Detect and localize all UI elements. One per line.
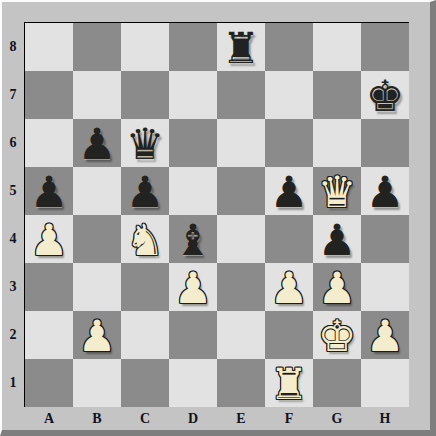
file-labels: A B C D E F G H <box>25 408 409 430</box>
square-d4[interactable]: ♝ <box>169 215 217 263</box>
square-c5[interactable]: ♟ <box>121 167 169 215</box>
square-a2[interactable] <box>25 311 73 359</box>
square-e2[interactable] <box>217 311 265 359</box>
file-label-e: E <box>217 408 265 430</box>
black-pawn[interactable]: ♟ <box>361 167 409 215</box>
square-d7[interactable] <box>169 71 217 119</box>
square-f8[interactable] <box>265 23 313 71</box>
square-f1[interactable]: ♜ <box>265 359 313 407</box>
square-c6[interactable]: ♛ <box>121 119 169 167</box>
square-g1[interactable] <box>313 359 361 407</box>
black-pawn[interactable]: ♟ <box>25 167 73 215</box>
rank-label-7: 7 <box>2 71 24 119</box>
black-pawn[interactable]: ♟ <box>313 215 361 263</box>
rank-label-2: 2 <box>2 311 24 359</box>
square-h2[interactable]: ♟ <box>361 311 409 359</box>
black-pawn[interactable]: ♟ <box>73 119 121 167</box>
square-c8[interactable] <box>121 23 169 71</box>
white-pawn[interactable]: ♟ <box>169 263 217 311</box>
square-f6[interactable] <box>265 119 313 167</box>
file-label-h: H <box>361 408 409 430</box>
rank-label-8: 8 <box>2 23 24 71</box>
square-c1[interactable] <box>121 359 169 407</box>
white-pawn[interactable]: ♟ <box>313 263 361 311</box>
black-pawn[interactable]: ♟ <box>121 167 169 215</box>
square-g7[interactable] <box>313 71 361 119</box>
square-e5[interactable] <box>217 167 265 215</box>
square-c7[interactable] <box>121 71 169 119</box>
rank-label-3: 3 <box>2 263 24 311</box>
square-h7[interactable]: ♚ <box>361 71 409 119</box>
square-d6[interactable] <box>169 119 217 167</box>
square-e8[interactable]: ♜ <box>217 23 265 71</box>
black-bishop[interactable]: ♝ <box>169 215 217 263</box>
black-queen[interactable]: ♛ <box>121 119 169 167</box>
rank-label-6: 6 <box>2 119 24 167</box>
white-knight[interactable]: ♞ <box>121 215 169 263</box>
square-a7[interactable] <box>25 71 73 119</box>
square-c3[interactable] <box>121 263 169 311</box>
square-e6[interactable] <box>217 119 265 167</box>
square-d2[interactable] <box>169 311 217 359</box>
white-pawn[interactable]: ♟ <box>361 311 409 359</box>
square-h4[interactable] <box>361 215 409 263</box>
square-h6[interactable] <box>361 119 409 167</box>
square-d8[interactable] <box>169 23 217 71</box>
square-f5[interactable]: ♟ <box>265 167 313 215</box>
rank-label-1: 1 <box>2 359 24 407</box>
square-g3[interactable]: ♟ <box>313 263 361 311</box>
square-g5[interactable]: ♛ <box>313 167 361 215</box>
square-f3[interactable]: ♟ <box>265 263 313 311</box>
square-h1[interactable] <box>361 359 409 407</box>
square-d5[interactable] <box>169 167 217 215</box>
square-f4[interactable] <box>265 215 313 263</box>
white-pawn[interactable]: ♟ <box>25 215 73 263</box>
white-pawn[interactable]: ♟ <box>73 311 121 359</box>
square-b3[interactable] <box>73 263 121 311</box>
file-label-a: A <box>25 408 73 430</box>
square-e7[interactable] <box>217 71 265 119</box>
black-pawn[interactable]: ♟ <box>265 167 313 215</box>
square-g4[interactable]: ♟ <box>313 215 361 263</box>
file-label-c: C <box>121 408 169 430</box>
square-f2[interactable] <box>265 311 313 359</box>
square-c2[interactable] <box>121 311 169 359</box>
file-label-f: F <box>265 408 313 430</box>
file-label-d: D <box>169 408 217 430</box>
white-rook[interactable]: ♜ <box>265 359 313 407</box>
square-b4[interactable] <box>73 215 121 263</box>
square-e4[interactable] <box>217 215 265 263</box>
square-e1[interactable] <box>217 359 265 407</box>
square-g8[interactable] <box>313 23 361 71</box>
file-label-b: B <box>73 408 121 430</box>
black-king[interactable]: ♚ <box>361 71 409 119</box>
square-a3[interactable] <box>25 263 73 311</box>
square-b6[interactable]: ♟ <box>73 119 121 167</box>
square-h8[interactable] <box>361 23 409 71</box>
square-d1[interactable] <box>169 359 217 407</box>
square-b5[interactable] <box>73 167 121 215</box>
square-h5[interactable]: ♟ <box>361 167 409 215</box>
rank-labels: 8 7 6 5 4 3 2 1 <box>2 23 24 407</box>
chess-board-panel: 8 7 6 5 4 3 2 1 ♜♚♟♛♟♟♟♛♟♟♞♝♟♟♟♟♟♚♟♜ A B… <box>0 0 436 436</box>
rank-label-5: 5 <box>2 167 24 215</box>
black-rook[interactable]: ♜ <box>217 23 265 71</box>
board-grid: ♜♚♟♛♟♟♟♛♟♟♞♝♟♟♟♟♟♚♟♜ <box>25 23 409 407</box>
file-label-g: G <box>313 408 361 430</box>
board-border: ♜♚♟♛♟♟♟♛♟♟♞♝♟♟♟♟♟♚♟♜ <box>24 22 409 407</box>
square-e3[interactable] <box>217 263 265 311</box>
square-a8[interactable] <box>25 23 73 71</box>
square-b2[interactable]: ♟ <box>73 311 121 359</box>
square-a4[interactable]: ♟ <box>25 215 73 263</box>
rank-label-4: 4 <box>2 215 24 263</box>
square-c4[interactable]: ♞ <box>121 215 169 263</box>
square-g2[interactable]: ♚ <box>313 311 361 359</box>
square-f7[interactable] <box>265 71 313 119</box>
white-queen[interactable]: ♛ <box>313 167 361 215</box>
square-b1[interactable] <box>73 359 121 407</box>
square-a1[interactable] <box>25 359 73 407</box>
white-pawn[interactable]: ♟ <box>265 263 313 311</box>
square-b8[interactable] <box>73 23 121 71</box>
square-h3[interactable] <box>361 263 409 311</box>
square-a6[interactable] <box>25 119 73 167</box>
white-king[interactable]: ♚ <box>313 311 361 359</box>
square-a5[interactable]: ♟ <box>25 167 73 215</box>
square-g6[interactable] <box>313 119 361 167</box>
square-b7[interactable] <box>73 71 121 119</box>
square-d3[interactable]: ♟ <box>169 263 217 311</box>
